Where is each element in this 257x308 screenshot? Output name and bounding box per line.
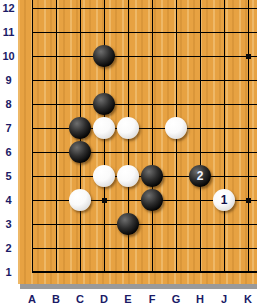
grid-line-horizontal-2	[32, 248, 257, 249]
grid-line-horizontal-1	[32, 271, 257, 273]
board-drop-shadow	[20, 284, 257, 289]
grid-line-horizontal-12	[32, 8, 257, 9]
grid-line-horizontal-9	[32, 80, 257, 81]
stone-black-F4[interactable]	[141, 189, 163, 211]
grid-line-horizontal-8	[32, 104, 257, 105]
stone-black-D8[interactable]	[93, 93, 115, 115]
stone-black-H5[interactable]: 2	[189, 165, 211, 187]
grid-line-vertical-B	[56, 0, 57, 273]
grid-line-horizontal-7	[32, 128, 257, 129]
row-label-12: 12	[0, 0, 17, 20]
move-number-label: 2	[197, 170, 204, 182]
stone-black-E3[interactable]	[117, 213, 139, 235]
column-label-E: E	[116, 291, 140, 307]
row-label-3: 3	[0, 212, 17, 236]
grid-line-vertical-H	[200, 0, 201, 273]
stone-white-D7[interactable]	[93, 117, 115, 139]
row-label-8: 8	[0, 92, 17, 116]
grid-line-horizontal-6	[32, 152, 257, 153]
column-label-K: K	[236, 291, 257, 307]
go-board[interactable]: 21	[18, 0, 257, 284]
go-diagram: 21 121110987654321ABCDEFGHJK	[0, 0, 257, 308]
grid-line-vertical-A	[32, 0, 33, 273]
grid-line-vertical-J	[224, 0, 225, 273]
row-label-1: 1	[0, 260, 17, 284]
row-label-4: 4	[0, 188, 17, 212]
row-label-6: 6	[0, 140, 17, 164]
column-label-G: G	[164, 291, 188, 307]
column-label-D: D	[92, 291, 116, 307]
stone-black-C7[interactable]	[69, 117, 91, 139]
stone-white-E5[interactable]	[117, 165, 139, 187]
star-point-K10	[246, 54, 251, 59]
stone-white-E7[interactable]	[117, 117, 139, 139]
column-label-J: J	[212, 291, 236, 307]
column-label-B: B	[44, 291, 68, 307]
grid-line-vertical-F	[152, 0, 153, 273]
row-label-11: 11	[0, 20, 17, 44]
star-point-D4	[102, 198, 107, 203]
column-label-C: C	[68, 291, 92, 307]
row-label-5: 5	[0, 164, 17, 188]
stone-black-C6[interactable]	[69, 141, 91, 163]
stone-black-F5[interactable]	[141, 165, 163, 187]
row-label-2: 2	[0, 236, 17, 260]
move-number-label: 1	[221, 194, 228, 206]
stone-white-D5[interactable]	[93, 165, 115, 187]
star-point-K4	[246, 198, 251, 203]
stone-white-J4[interactable]: 1	[213, 189, 235, 211]
column-label-H: H	[188, 291, 212, 307]
stone-white-G7[interactable]	[165, 117, 187, 139]
stone-white-C4[interactable]	[69, 189, 91, 211]
row-label-7: 7	[0, 116, 17, 140]
grid-line-vertical-K	[248, 0, 249, 273]
grid-line-horizontal-11	[32, 32, 257, 33]
column-label-A: A	[20, 291, 44, 307]
grid-line-horizontal-3	[32, 224, 257, 225]
row-label-9: 9	[0, 68, 17, 92]
row-label-10: 10	[0, 44, 17, 68]
stone-black-D10[interactable]	[93, 45, 115, 67]
column-label-F: F	[140, 291, 164, 307]
grid-line-horizontal-10	[32, 56, 257, 57]
